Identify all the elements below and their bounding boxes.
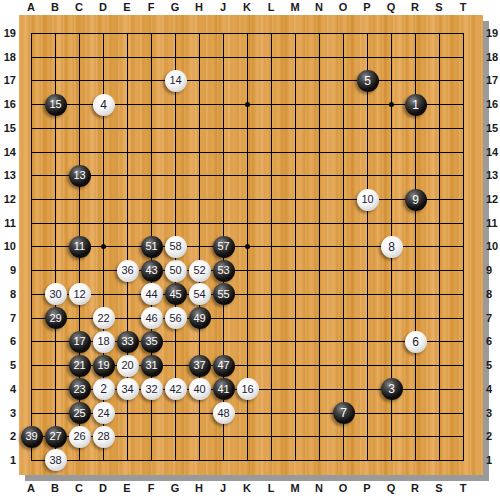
coord-label-col-bottom: J [211, 481, 235, 495]
move-number: 4 [100, 99, 107, 111]
move-number: 2 [100, 383, 107, 395]
black-stone-33[interactable]: 33 [117, 331, 139, 353]
move-number: 33 [121, 336, 133, 347]
white-stone-20[interactable]: 20 [117, 355, 139, 377]
coord-label-row-left: 10 [0, 239, 16, 253]
coord-label-col-top: J [211, 0, 235, 14]
black-stone-39[interactable]: 39 [21, 426, 43, 448]
black-stone-1[interactable]: 1 [405, 94, 427, 116]
coord-label-col-top: B [43, 0, 67, 14]
coord-label-col-bottom: Q [379, 481, 403, 495]
coord-label-row-right: 10 [486, 239, 500, 253]
white-stone-12[interactable]: 12 [69, 283, 91, 305]
black-stone-5[interactable]: 5 [357, 70, 379, 92]
white-stone-34[interactable]: 34 [117, 378, 139, 400]
move-number: 49 [193, 313, 205, 324]
coord-label-col-bottom: S [427, 481, 451, 495]
coord-label-row-left: 13 [0, 168, 16, 182]
move-number: 22 [97, 313, 109, 324]
coord-label-row-left: 5 [0, 358, 16, 372]
black-stone-43[interactable]: 43 [141, 260, 163, 282]
white-stone-24[interactable]: 24 [93, 402, 115, 424]
coord-label-col-bottom: O [331, 481, 355, 495]
move-number: 48 [217, 408, 229, 419]
coord-label-col-bottom: N [307, 481, 331, 495]
move-number: 41 [217, 384, 229, 395]
coord-label-row-left: 16 [0, 97, 16, 111]
coord-label-col-bottom: G [163, 481, 187, 495]
coord-label-row-right: 13 [486, 168, 500, 182]
coord-label-row-right: 3 [486, 406, 500, 420]
coord-label-row-left: 15 [0, 121, 16, 135]
coord-label-col-top: M [283, 0, 307, 14]
black-stone-3[interactable]: 3 [381, 378, 403, 400]
black-stone-41[interactable]: 41 [213, 378, 235, 400]
move-number: 43 [145, 265, 157, 276]
coord-label-row-left: 6 [0, 334, 16, 348]
move-number: 21 [73, 360, 85, 371]
coord-label-col-top: O [331, 0, 355, 14]
move-number: 12 [73, 289, 85, 300]
grid-line-vertical [271, 33, 272, 460]
move-number: 40 [193, 384, 205, 395]
move-number: 7 [340, 407, 347, 419]
white-stone-8[interactable]: 8 [381, 236, 403, 258]
coord-label-col-bottom: R [403, 481, 427, 495]
coord-label-col-top: L [259, 0, 283, 14]
white-stone-10[interactable]: 10 [357, 189, 379, 211]
move-number: 46 [145, 313, 157, 324]
coord-label-col-bottom: A [19, 481, 43, 495]
black-stone-55[interactable]: 55 [213, 283, 235, 305]
coord-label-row-left: 9 [0, 263, 16, 277]
black-stone-17[interactable]: 17 [69, 331, 91, 353]
coord-label-col-bottom: D [91, 481, 115, 495]
coord-label-col-top: R [403, 0, 427, 14]
coord-label-row-left: 12 [0, 192, 16, 206]
coord-label-col-bottom: C [67, 481, 91, 495]
black-stone-15[interactable]: 15 [45, 94, 67, 116]
move-number: 10 [361, 194, 373, 205]
coord-label-row-right: 4 [486, 382, 500, 396]
coord-label-col-top: F [139, 0, 163, 14]
move-number: 56 [169, 313, 181, 324]
move-number: 58 [169, 241, 181, 252]
white-stone-52[interactable]: 52 [189, 260, 211, 282]
white-stone-28[interactable]: 28 [93, 426, 115, 448]
go-kifu-screen: 1234567891011121314151617181920212223242… [0, 0, 500, 500]
move-number: 19 [97, 360, 109, 371]
coord-label-row-left: 8 [0, 287, 16, 301]
move-number: 55 [217, 289, 229, 300]
grid-line-vertical [295, 33, 296, 460]
black-stone-19[interactable]: 19 [93, 355, 115, 377]
black-stone-37[interactable]: 37 [189, 355, 211, 377]
move-number: 38 [49, 455, 61, 466]
coord-label-row-right: 7 [486, 311, 500, 325]
move-number: 6 [412, 336, 419, 348]
move-number: 25 [73, 408, 85, 419]
coord-label-col-top: S [427, 0, 451, 14]
star-point [245, 244, 250, 249]
move-number: 32 [145, 384, 157, 395]
move-number: 8 [388, 241, 395, 253]
white-stone-2[interactable]: 2 [93, 378, 115, 400]
move-number: 23 [73, 384, 85, 395]
star-point [101, 244, 106, 249]
move-number: 18 [97, 336, 109, 347]
coord-label-col-bottom: L [259, 481, 283, 495]
black-stone-51[interactable]: 51 [141, 236, 163, 258]
move-number: 13 [73, 170, 85, 181]
black-stone-13[interactable]: 13 [69, 165, 91, 187]
coord-label-col-top: C [67, 0, 91, 14]
coord-label-row-left: 4 [0, 382, 16, 396]
move-number: 42 [169, 384, 181, 395]
black-stone-21[interactable]: 21 [69, 355, 91, 377]
white-stone-36[interactable]: 36 [117, 260, 139, 282]
coord-label-row-left: 14 [0, 145, 16, 159]
white-stone-18[interactable]: 18 [93, 331, 115, 353]
coord-label-col-top: A [19, 0, 43, 14]
go-board[interactable]: 1234567891011121314151617181920212223242… [19, 15, 483, 475]
coord-label-row-right: 1 [486, 453, 500, 467]
grid-line-vertical [439, 33, 440, 460]
black-stone-45[interactable]: 45 [165, 283, 187, 305]
coord-label-row-right: 16 [486, 97, 500, 111]
white-stone-50[interactable]: 50 [165, 260, 187, 282]
coord-label-row-left: 3 [0, 406, 16, 420]
coord-label-col-bottom: F [139, 481, 163, 495]
black-stone-7[interactable]: 7 [333, 402, 355, 424]
coord-label-col-top: P [355, 0, 379, 14]
white-stone-38[interactable]: 38 [45, 449, 67, 471]
white-stone-4[interactable]: 4 [93, 94, 115, 116]
black-stone-27[interactable]: 27 [45, 426, 67, 448]
move-number: 20 [121, 360, 133, 371]
move-number: 28 [97, 431, 109, 442]
black-stone-29[interactable]: 29 [45, 307, 67, 329]
coord-label-row-left: 19 [0, 26, 16, 40]
move-number: 17 [73, 336, 85, 347]
move-number: 36 [121, 265, 133, 276]
white-stone-46[interactable]: 46 [141, 307, 163, 329]
move-number: 53 [217, 265, 229, 276]
move-number: 39 [25, 431, 37, 442]
black-stone-9[interactable]: 9 [405, 189, 427, 211]
white-stone-54[interactable]: 54 [189, 283, 211, 305]
coord-label-col-bottom: P [355, 481, 379, 495]
grid-line-horizontal [31, 270, 464, 271]
grid-line-horizontal [31, 294, 464, 295]
white-stone-58[interactable]: 58 [165, 236, 187, 258]
coord-label-row-right: 2 [486, 429, 500, 443]
coord-label-row-left: 11 [0, 216, 16, 230]
move-number: 57 [217, 241, 229, 252]
grid-line-vertical [463, 33, 464, 460]
move-number: 9 [412, 194, 419, 206]
coord-label-row-right: 15 [486, 121, 500, 135]
star-point [245, 102, 250, 107]
white-stone-42[interactable]: 42 [165, 378, 187, 400]
black-stone-31[interactable]: 31 [141, 355, 163, 377]
move-number: 29 [49, 313, 61, 324]
white-stone-26[interactable]: 26 [69, 426, 91, 448]
black-stone-49[interactable]: 49 [189, 307, 211, 329]
move-number: 54 [193, 289, 205, 300]
move-number: 5 [364, 75, 371, 87]
white-stone-30[interactable]: 30 [45, 283, 67, 305]
white-stone-44[interactable]: 44 [141, 283, 163, 305]
move-number: 50 [169, 265, 181, 276]
move-number: 45 [169, 289, 181, 300]
white-stone-16[interactable]: 16 [237, 378, 259, 400]
grid-line-vertical [343, 33, 344, 460]
coord-label-col-top: E [115, 0, 139, 14]
coord-label-col-top: N [307, 0, 331, 14]
grid-line-vertical [367, 33, 368, 460]
coord-label-col-bottom: K [235, 481, 259, 495]
coord-label-row-right: 12 [486, 192, 500, 206]
coord-label-row-right: 6 [486, 334, 500, 348]
coord-label-col-bottom: M [283, 481, 307, 495]
coord-label-col-top: Q [379, 0, 403, 14]
move-number: 16 [241, 384, 253, 395]
coord-label-col-top: K [235, 0, 259, 14]
move-number: 24 [97, 408, 109, 419]
black-stone-23[interactable]: 23 [69, 378, 91, 400]
coord-label-row-right: 5 [486, 358, 500, 372]
coord-label-row-right: 8 [486, 287, 500, 301]
move-number: 47 [217, 360, 229, 371]
move-number: 14 [169, 75, 181, 86]
white-stone-14[interactable]: 14 [165, 70, 187, 92]
black-stone-25[interactable]: 25 [69, 402, 91, 424]
star-point [389, 102, 394, 107]
white-stone-22[interactable]: 22 [93, 307, 115, 329]
white-stone-48[interactable]: 48 [213, 402, 235, 424]
coord-label-row-right: 9 [486, 263, 500, 277]
coord-label-col-bottom: H [187, 481, 211, 495]
coord-label-row-right: 18 [486, 50, 500, 64]
white-stone-56[interactable]: 56 [165, 307, 187, 329]
move-number: 27 [49, 431, 61, 442]
move-number: 11 [74, 241, 85, 252]
coord-label-col-top: T [451, 0, 475, 14]
white-stone-32[interactable]: 32 [141, 378, 163, 400]
coord-label-col-bottom: T [451, 481, 475, 495]
move-number: 31 [145, 360, 157, 371]
move-number: 26 [73, 431, 85, 442]
move-number: 44 [145, 289, 157, 300]
coord-label-row-left: 17 [0, 73, 16, 87]
move-number: 37 [193, 360, 205, 371]
grid-line-horizontal [31, 460, 464, 461]
white-stone-40[interactable]: 40 [189, 378, 211, 400]
coord-label-col-top: H [187, 0, 211, 14]
coord-label-row-left: 7 [0, 311, 16, 325]
black-stone-53[interactable]: 53 [213, 260, 235, 282]
coord-label-row-left: 1 [0, 453, 16, 467]
move-number: 15 [49, 99, 61, 110]
black-stone-35[interactable]: 35 [141, 331, 163, 353]
black-stone-11[interactable]: 11 [69, 236, 91, 258]
move-number: 51 [145, 241, 157, 252]
move-number: 35 [145, 336, 157, 347]
coord-label-row-right: 19 [486, 26, 500, 40]
coord-label-row-left: 18 [0, 50, 16, 64]
move-number: 30 [49, 289, 61, 300]
move-number: 34 [121, 384, 133, 395]
move-number: 52 [193, 265, 205, 276]
coord-label-col-top: D [91, 0, 115, 14]
black-stone-47[interactable]: 47 [213, 355, 235, 377]
coord-label-row-right: 11 [486, 216, 500, 230]
coord-label-col-bottom: B [43, 481, 67, 495]
grid-line-vertical [319, 33, 320, 460]
move-number: 3 [388, 383, 395, 395]
white-stone-6[interactable]: 6 [405, 331, 427, 353]
coord-label-row-right: 17 [486, 73, 500, 87]
black-stone-57[interactable]: 57 [213, 236, 235, 258]
coord-label-col-top: G [163, 0, 187, 14]
coord-label-row-right: 14 [486, 145, 500, 159]
move-number: 1 [412, 99, 419, 111]
coord-label-row-left: 2 [0, 429, 16, 443]
coord-label-col-bottom: E [115, 481, 139, 495]
